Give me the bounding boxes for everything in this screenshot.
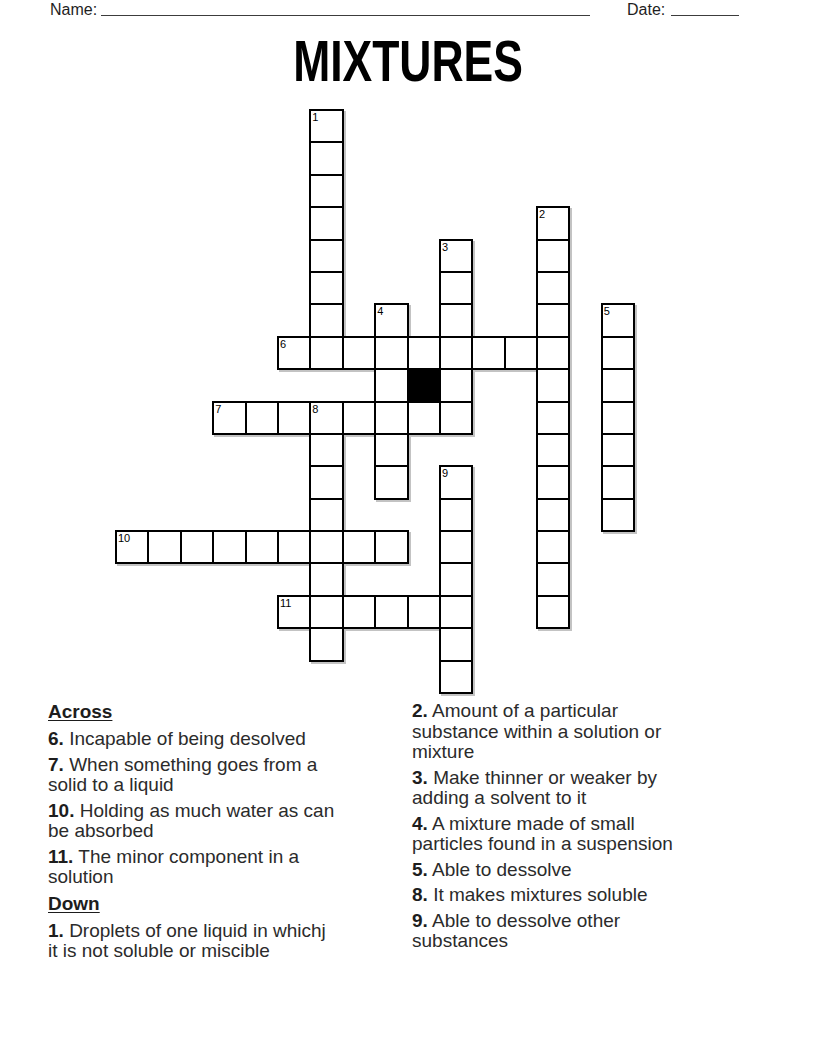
clues-left-column: Across 6. Incapable of being desolved 7.… [48,701,410,967]
clue-number-label: 9. [412,910,428,931]
grid-cell[interactable] [309,627,343,661]
clue-3-down: 3. Make thinner or weaker by adding a so… [412,768,804,809]
grid-cell[interactable] [536,401,570,435]
grid-cell[interactable] [601,368,635,402]
grid-cell[interactable] [374,336,408,370]
cell-number: 9 [442,467,448,479]
grid-cell[interactable] [439,498,473,532]
grid-cell[interactable] [439,627,473,661]
grid-cell[interactable] [601,465,635,499]
grid-cell[interactable] [342,595,376,629]
cell-number: 10 [118,532,130,544]
grid-cell[interactable]: 7 [212,401,246,435]
grid-cell[interactable] [309,141,343,175]
grid-cell[interactable] [374,433,408,467]
cell-number: 1 [312,111,318,123]
clue-text: A mixture made of small particles found … [412,813,673,855]
clue-text: Amount of a particular substance within … [412,700,661,762]
grid-cell[interactable] [374,368,408,402]
grid-cell[interactable] [309,498,343,532]
grid-cell[interactable] [536,562,570,596]
grid-cell[interactable] [601,336,635,370]
date-label: Date: [627,1,665,19]
clue-4-down: 4. A mixture made of small particles fou… [412,814,804,855]
clue-11-across: 11. The minor component in a solution [48,847,410,888]
grid-cell[interactable] [536,530,570,564]
grid-cell[interactable] [439,595,473,629]
grid-cell[interactable] [309,206,343,240]
grid-cell[interactable] [309,336,343,370]
grid-cell[interactable] [374,530,408,564]
grid-cell[interactable] [536,303,570,337]
clue-text: When something goes from a solid to a li… [48,754,317,796]
grid-cell[interactable] [309,433,343,467]
grid-cell[interactable] [277,401,311,435]
grid-cell[interactable] [439,401,473,435]
clues-right-column: 2. Amount of a particular substance with… [412,701,804,957]
grid-cell[interactable] [407,336,441,370]
clue-text: It makes mixtures soluble [433,884,647,905]
grid-cell[interactable] [342,530,376,564]
grid-cell[interactable] [439,562,473,596]
clue-number-label: 2. [412,700,428,721]
clue-number-label: 7. [48,754,64,775]
clue-10-across: 10. Holding as much water as can be abso… [48,801,410,842]
grid-cell[interactable] [374,595,408,629]
page-title: MIXTURES [90,33,726,90]
grid-cell[interactable] [309,271,343,305]
grid-cell[interactable] [536,465,570,499]
cell-number: 5 [604,305,610,317]
clue-number-label: 8. [412,884,428,905]
clue-text: Holding as much water as can be absorbed [48,800,334,842]
clue-9-down: 9. Able to dessolve other substances [412,911,804,952]
clue-text: Droplets of one liquid in whichj it is n… [48,920,326,962]
down-heading: Down [48,893,410,914]
grid-cell[interactable] [536,336,570,370]
clue-number-label: 4. [412,813,428,834]
grid-cell[interactable] [309,174,343,208]
clue-5-down: 5. Able to dessolve [412,860,804,881]
grid-cell[interactable] [309,465,343,499]
grid-cell[interactable] [536,239,570,273]
grid-cell[interactable] [471,336,505,370]
clue-text: The minor component in a solution [48,846,299,888]
clue-text: Able to dessolve other substances [412,910,620,952]
cell-number: 3 [442,241,448,253]
grid-cell[interactable] [245,401,279,435]
name-label: Name: [50,1,97,19]
grid-cell[interactable] [601,433,635,467]
grid-cell[interactable]: 5 [601,303,635,337]
cell-number: 11 [280,597,291,609]
grid-cell[interactable] [439,271,473,305]
cell-number: 2 [539,208,545,220]
grid-cell[interactable] [374,401,408,435]
grid-cell[interactable]: 3 [439,239,473,273]
grid-cell[interactable]: 9 [439,465,473,499]
clue-number-label: 6. [48,728,64,749]
grid-cell[interactable] [245,530,279,564]
cell-number: 7 [215,403,221,415]
clue-text: Able to dessolve [432,859,571,880]
clue-number-label: 1. [48,920,64,941]
grid-cell[interactable] [536,271,570,305]
grid-cell[interactable] [309,530,343,564]
grid-cell[interactable] [439,368,473,402]
clue-2-down: 2. Amount of a particular substance with… [412,701,804,763]
name-blank-line[interactable] [101,0,590,16]
grid-cell[interactable] [309,562,343,596]
cell-number: 4 [377,305,383,317]
clue-number-label: 10. [48,800,74,821]
grid-cell[interactable]: 4 [374,303,408,337]
grid-cell[interactable] [504,336,538,370]
clue-number-label: 3. [412,767,428,788]
cell-number: 8 [312,403,318,415]
grid-cell[interactable]: 11 [277,595,311,629]
grid-cell[interactable] [309,595,343,629]
grid-cell[interactable] [342,401,376,435]
clue-number-label: 11. [48,846,73,867]
grid-cell[interactable]: 1 [309,109,343,143]
cell-number: 6 [280,338,286,350]
clue-text: Make thinner or weaker by adding a solve… [412,767,657,809]
grid-cell[interactable] [536,595,570,629]
grid-cell[interactable] [342,336,376,370]
grid-cell[interactable] [601,498,635,532]
grid-cell[interactable] [180,530,214,564]
clue-text: Incapable of being desolved [69,728,306,749]
grid-cell[interactable] [212,530,246,564]
grid-cell[interactable] [309,303,343,337]
grid-cell[interactable] [601,401,635,435]
grid-cell[interactable]: 6 [277,336,311,370]
grid-cell[interactable] [374,465,408,499]
grid-cell[interactable] [439,303,473,337]
clue-8-down: 8. It makes mixtures soluble [412,885,804,906]
clue-number-label: 5. [412,859,428,880]
grid-cell[interactable] [439,530,473,564]
clue-7-across: 7. When something goes from a solid to a… [48,755,410,796]
grid-cell[interactable] [407,401,441,435]
grid-cell[interactable] [536,368,570,402]
crossword-grid[interactable]: 1234567891011 [116,110,634,693]
clue-1-down: 1. Droplets of one liquid in whichj it i… [48,921,410,962]
grid-cell[interactable]: 2 [536,206,570,240]
grid-cell[interactable] [407,595,441,629]
grid-cell[interactable]: 10 [115,530,149,564]
grid-cell[interactable] [277,530,311,564]
across-heading: Across [48,701,410,722]
grid-cell[interactable] [309,239,343,273]
grid-cell[interactable] [147,530,181,564]
grid-cell[interactable]: 8 [309,401,343,435]
grid-cell[interactable] [439,336,473,370]
blocked-cell [407,368,441,402]
clue-6-across: 6. Incapable of being desolved [48,729,410,750]
date-blank-line[interactable] [671,0,739,16]
grid-cell[interactable] [536,498,570,532]
grid-cell[interactable] [536,433,570,467]
grid-cell[interactable] [439,660,473,694]
